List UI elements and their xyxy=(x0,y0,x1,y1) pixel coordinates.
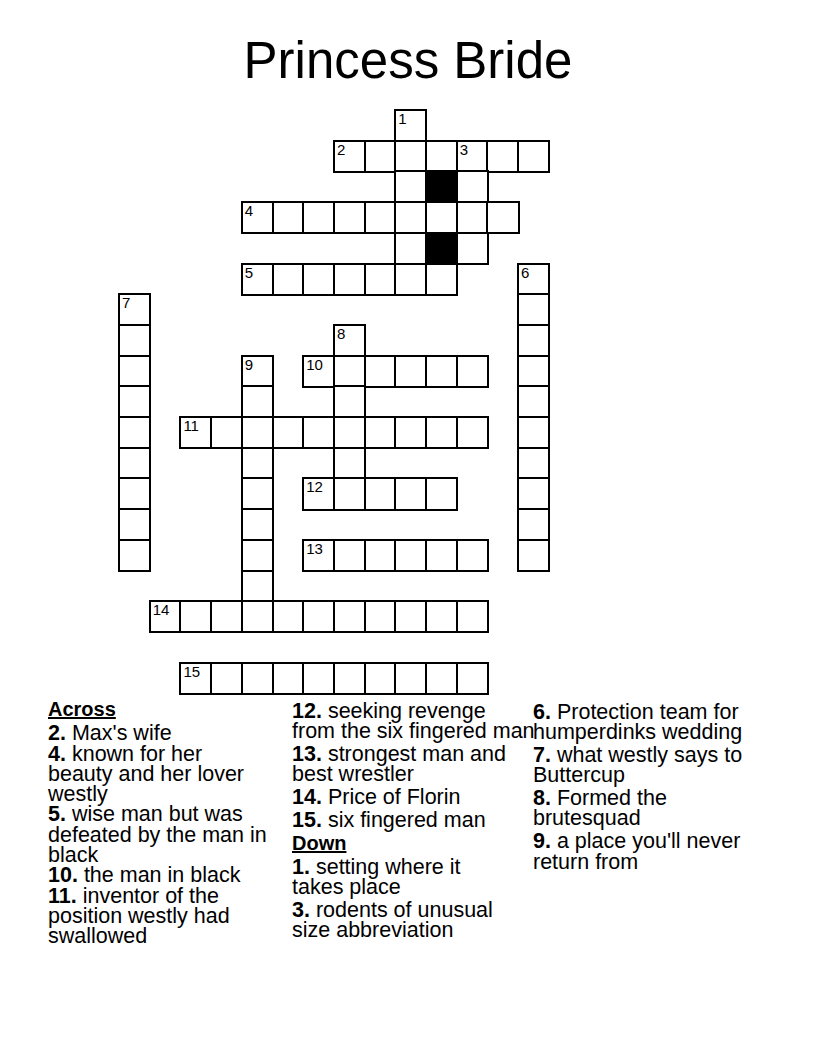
clue-across-15: 15. six fingered man xyxy=(292,810,542,830)
clue-down-6: 6. Protection team for humperdinks weddi… xyxy=(533,702,783,743)
across-heading: Across xyxy=(48,699,298,719)
clue-down-3: 3. rodents of unusual size abbreviation xyxy=(292,900,542,941)
crossword-page: Princess Bride 123456789101112131415 Acr… xyxy=(0,0,816,1056)
clue-down-8: 8. Formed the brutesquad xyxy=(533,788,783,829)
clues-column-2: 12. seeking revenge from the six fingere… xyxy=(292,701,542,943)
clue-across-11: 11. inventor of the position westly had … xyxy=(48,886,298,947)
clue-across-5: 5. wise man but was defeated by the man … xyxy=(48,804,298,865)
clue-across-13: 13. strongest man and best wrestler xyxy=(292,744,542,785)
down-heading: Down xyxy=(292,833,542,853)
clues-section: Across 2. Max's wife 4. known for her be… xyxy=(0,0,816,1056)
clue-across-12: 12. seeking revenge from the six fingere… xyxy=(292,701,542,742)
clue-across-10: 10. the man in black xyxy=(48,865,298,885)
clue-down-7: 7. what westly says to Buttercup xyxy=(533,745,783,786)
clue-down-1: 1. setting where it takes place xyxy=(292,857,542,898)
clues-column-3: 6. Protection team for humperdinks weddi… xyxy=(533,702,783,874)
clue-down-9: 9. a place you'll never return from xyxy=(533,831,783,872)
clue-across-4: 4. known for her beauty and her lover we… xyxy=(48,744,298,805)
clue-across-2: 2. Max's wife xyxy=(48,723,298,743)
clue-across-14: 14. Price of Florin xyxy=(292,787,542,807)
clues-column-1: Across 2. Max's wife 4. known for her be… xyxy=(48,699,298,947)
